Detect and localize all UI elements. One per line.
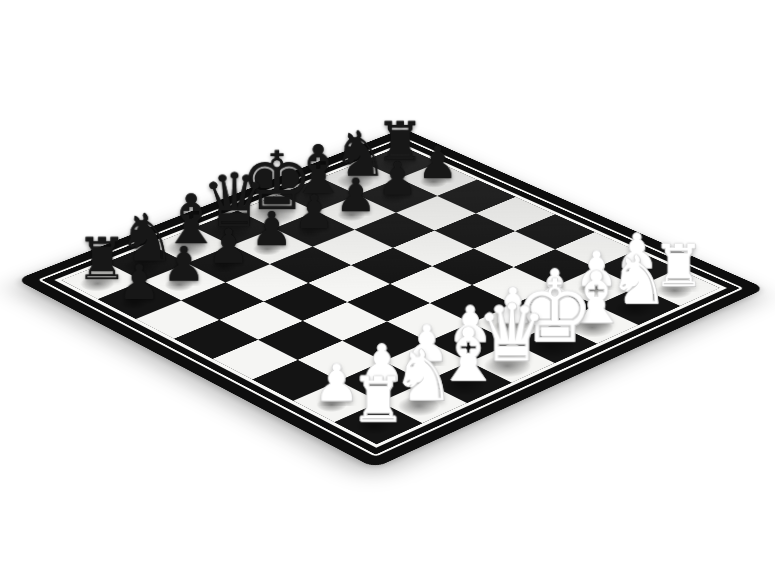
piece-black-pawn: ♟ xyxy=(117,257,160,305)
piece-white-rook: ♜ xyxy=(350,368,406,430)
chess-set-product-photo: ♜♟♟♜♞♟♟♞♝♟♟♝♚♟♟♚♛♟♟♛♝♟♟♝♞♟♟♞♜♟♟♜ xyxy=(0,0,775,579)
chess-board: ♜♟♟♜♞♟♟♞♝♟♟♝♚♟♟♚♛♟♟♛♝♟♟♝♞♟♟♞♜♟♟♜ xyxy=(61,145,720,443)
piece-black-pawn: ♟ xyxy=(293,188,335,235)
piece-black-pawn: ♟ xyxy=(250,205,292,252)
piece-black-pawn: ♟ xyxy=(417,139,458,184)
mat-white-border-line: ♜♟♟♜♞♟♟♞♝♟♟♝♚♟♟♚♛♟♟♛♝♟♟♝♞♟♟♞♜♟♟♜ xyxy=(37,136,744,456)
piece-black-pawn: ♟ xyxy=(335,171,376,217)
chess-mat: ♜♟♟♜♞♟♟♞♝♟♟♝♚♟♟♚♛♟♟♛♝♟♟♝♞♟♟♞♜♟♟♜ xyxy=(16,128,765,468)
piece-black-pawn: ♟ xyxy=(376,155,417,201)
piece-black-pawn: ♟ xyxy=(207,222,250,270)
piece-black-pawn: ♟ xyxy=(162,239,205,287)
playing-field-frame: ♜♟♟♜♞♟♟♞♝♟♟♝♚♟♟♚♛♟♟♛♝♟♟♝♞♟♟♞♜♟♟♜ xyxy=(54,143,727,448)
board-perspective-wrapper: ♜♟♟♜♞♟♟♞♝♟♟♝♚♟♟♚♛♟♟♛♝♟♟♝♞♟♟♞♜♟♟♜ xyxy=(0,0,775,579)
